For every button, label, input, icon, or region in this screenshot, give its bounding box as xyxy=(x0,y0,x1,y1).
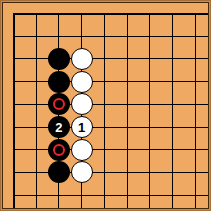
white-stone xyxy=(71,139,93,161)
white-stone: 1 xyxy=(71,116,93,138)
black-stone xyxy=(48,93,70,115)
grid-line-horizontal xyxy=(13,127,209,128)
grid-line-horizontal xyxy=(13,36,209,37)
grid-line-horizontal xyxy=(13,172,209,173)
black-stone xyxy=(48,48,70,70)
grid-line-vertical xyxy=(195,13,196,209)
black-stone xyxy=(48,161,70,183)
grid-line-vertical xyxy=(104,13,105,209)
grid-line-horizontal xyxy=(13,149,209,150)
stone-move-number: 1 xyxy=(78,121,85,134)
grid-line-vertical xyxy=(127,13,128,209)
board-edge-line-vertical xyxy=(13,13,15,209)
grid-line-horizontal xyxy=(13,195,209,196)
board-edge-line-horizontal xyxy=(13,13,209,15)
grid-line-horizontal xyxy=(13,81,209,82)
grid-line-vertical xyxy=(172,13,173,209)
black-stone xyxy=(48,139,70,161)
grid-line-horizontal xyxy=(13,104,209,105)
black-stone: 2 xyxy=(48,116,70,138)
white-stone xyxy=(71,48,93,70)
grid-line-horizontal xyxy=(13,58,209,59)
circle-mark-icon xyxy=(53,98,65,110)
white-stone xyxy=(71,71,93,93)
grid-line-vertical xyxy=(36,13,37,209)
go-diagram: 21 xyxy=(0,0,211,211)
white-stone xyxy=(71,93,93,115)
grid-line-vertical xyxy=(149,13,150,209)
go-board: 21 xyxy=(2,2,209,209)
stone-move-number: 2 xyxy=(55,121,62,134)
white-stone xyxy=(71,161,93,183)
black-stone xyxy=(48,71,70,93)
circle-mark-icon xyxy=(53,144,65,156)
